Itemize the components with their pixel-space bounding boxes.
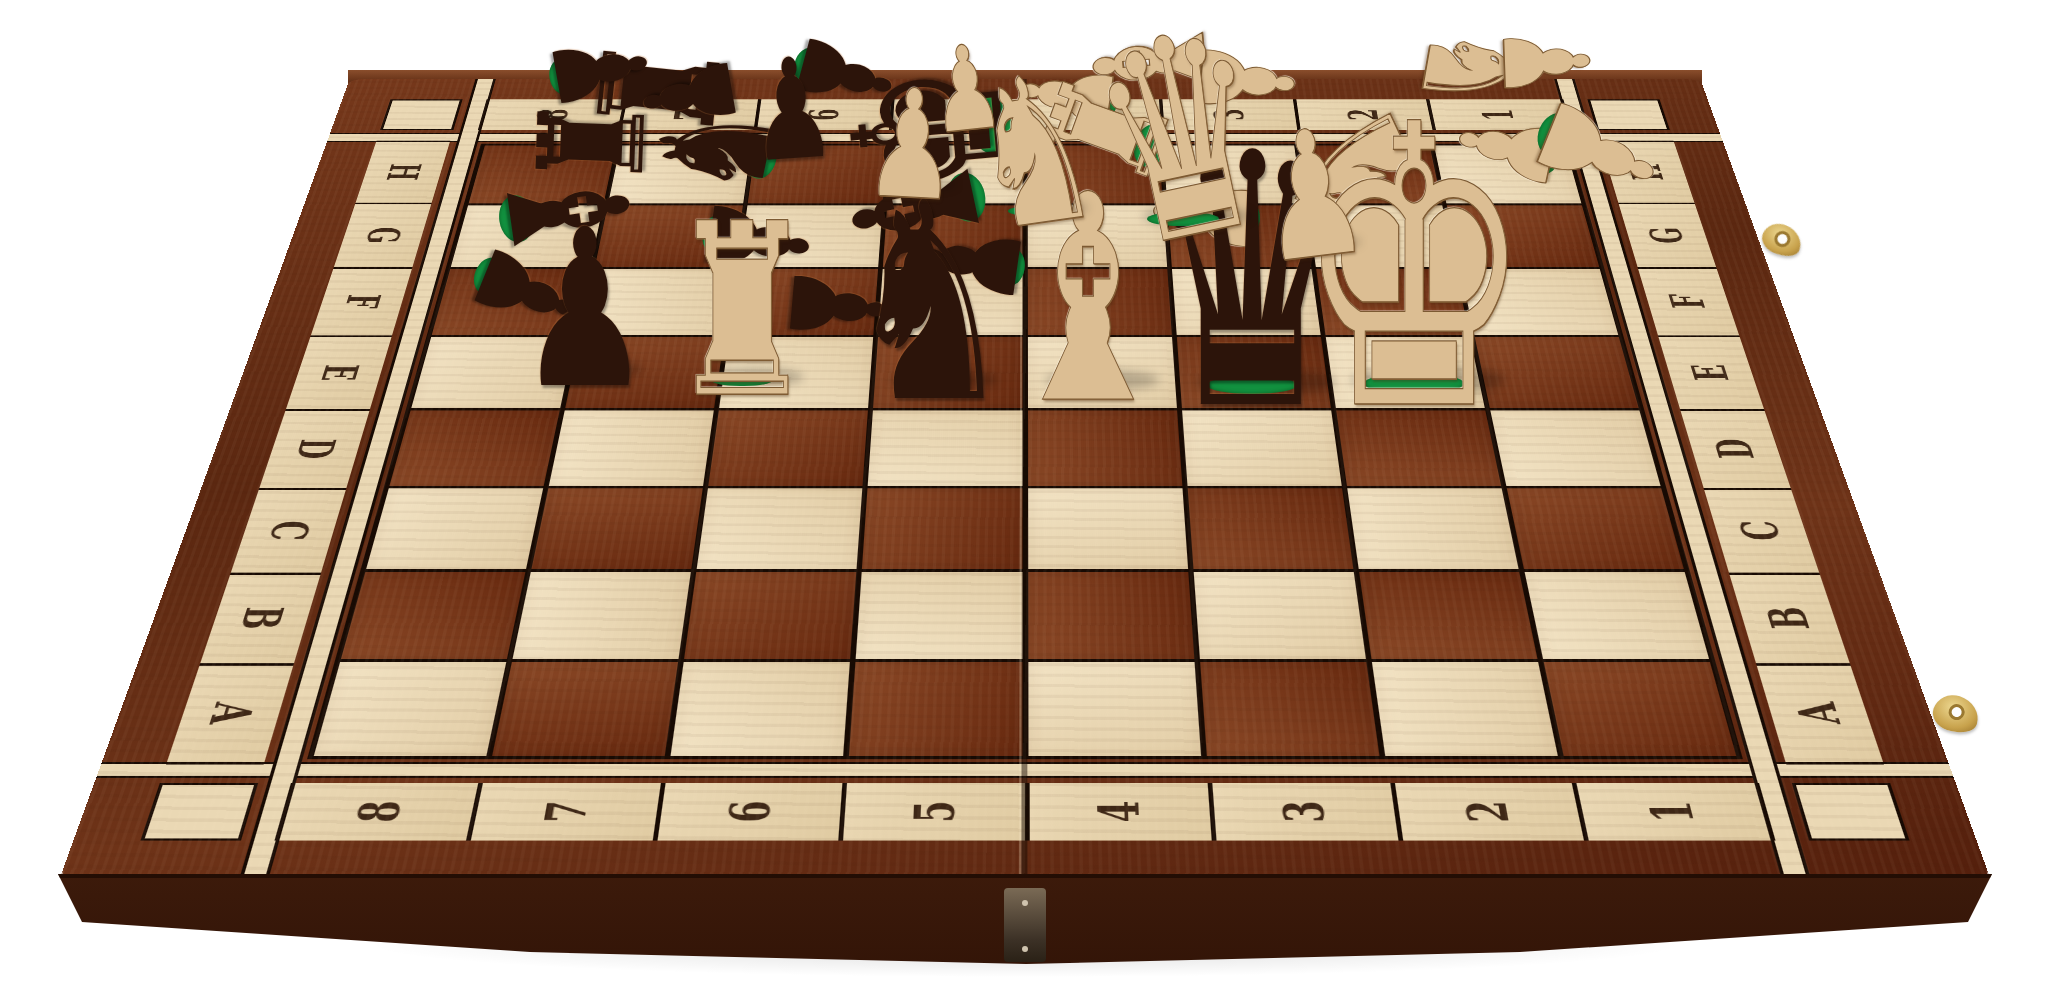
file-left-label-cell-c: C (231, 488, 347, 573)
file-right-label-d: D (1708, 439, 1761, 459)
rank-front-label-6: 6 (722, 801, 779, 823)
file-left-label-cell-d: D (259, 409, 370, 488)
square-c4[interactable] (1028, 488, 1188, 569)
file-right-label-a: A (1789, 702, 1849, 725)
rank-front-label-cell-6: 6 (652, 783, 843, 840)
white-rook-e6[interactable]: ♜ (669, 192, 815, 431)
border-corner-front-left (140, 783, 258, 840)
square-c3[interactable] (1187, 488, 1353, 569)
square-c7[interactable] (532, 488, 703, 569)
product-photo-chess-set: 87654321 87654321 HGFEDCBA HGFEDCBA ♜♟♜♟… (0, 0, 2048, 1007)
rank-front-label-2: 2 (1459, 801, 1517, 823)
square-a1[interactable] (1544, 662, 1737, 756)
hinge-pin-icon (1022, 946, 1028, 952)
hinge-pin-icon (1022, 900, 1028, 906)
file-right-label-c: C (1733, 520, 1788, 540)
square-c2[interactable] (1347, 488, 1518, 569)
clasp-hole-icon (1946, 702, 1966, 722)
rank-front-label-cell-5: 5 (839, 783, 1025, 840)
file-right-label-cell-c: C (1704, 488, 1820, 573)
file-left-label-f: F (338, 294, 386, 308)
border-corner-front-right (1792, 783, 1910, 840)
rank-front-label-8: 8 (350, 801, 410, 823)
square-a5[interactable] (849, 662, 1022, 756)
file-left-label-cell-b: B (200, 572, 321, 663)
square-a4[interactable] (1028, 662, 1201, 756)
rank-front-label-cell-7: 7 (466, 783, 661, 840)
black-pawn-h6[interactable]: ♟ (745, 38, 839, 183)
square-c1[interactable] (1507, 488, 1684, 569)
file-left-label-g: G (359, 227, 407, 243)
square-a8[interactable] (314, 662, 507, 756)
white-pawn-piled[interactable]: ♟ (1248, 102, 1375, 289)
square-a3[interactable] (1200, 662, 1379, 756)
square-b4[interactable] (1028, 572, 1194, 659)
square-b3[interactable] (1193, 572, 1365, 659)
file-left-label-d: D (289, 439, 342, 459)
file-right-label-cell-e: E (1658, 336, 1764, 409)
border-corner-back-left (380, 99, 462, 130)
square-b1[interactable] (1524, 572, 1709, 659)
rank-front-label-7: 7 (537, 801, 595, 823)
square-b2[interactable] (1359, 572, 1537, 659)
file-left-label-h: H (380, 163, 426, 180)
file-right-label-e: E (1685, 364, 1735, 381)
rank-front-label-cell-8: 8 (279, 783, 478, 840)
clasp-hole-icon (1772, 228, 1793, 249)
rank-front-label-cell-1: 1 (1572, 783, 1771, 840)
file-right-label-f: F (1664, 294, 1712, 308)
file-left-label-cell-h: H (356, 142, 450, 202)
brass-clasp-icon (1758, 218, 1807, 262)
rank-front-label-3: 3 (1276, 801, 1333, 823)
square-b5[interactable] (856, 572, 1022, 659)
rank-front-label-cell-2: 2 (1390, 783, 1585, 840)
square-b8[interactable] (341, 572, 526, 659)
file-left-label-cell-a: A (167, 663, 294, 761)
rank-front-label-cell-3: 3 (1207, 783, 1398, 840)
file-right-label-g: G (1643, 227, 1691, 243)
square-c5[interactable] (862, 488, 1022, 569)
square-c8[interactable] (366, 488, 543, 569)
file-right-label-cell-b: B (1729, 572, 1850, 663)
file-right-label-cell-a: A (1756, 663, 1883, 761)
square-a7[interactable] (492, 662, 678, 756)
file-right-label-cell-f: F (1638, 267, 1740, 336)
file-left-label-cell-e: E (286, 336, 392, 409)
file-left-label-e: E (314, 364, 364, 381)
square-c6[interactable] (697, 488, 863, 569)
file-left-label-cell-f: F (311, 267, 413, 336)
rank-front-label-5: 5 (907, 801, 962, 823)
rank-front-label-cell-4: 4 (1025, 783, 1211, 840)
file-left-label-c: C (262, 520, 317, 540)
rank-front-label-1: 1 (1643, 801, 1703, 823)
file-left-label-a: A (201, 702, 261, 725)
square-b6[interactable] (684, 572, 856, 659)
file-right-label-cell-d: D (1680, 409, 1791, 488)
square-a2[interactable] (1372, 662, 1558, 756)
file-left-label-b: B (232, 607, 290, 630)
square-b7[interactable] (513, 572, 691, 659)
square-a6[interactable] (671, 662, 850, 756)
rank-front-label-4: 4 (1092, 801, 1147, 823)
black-pawn-e7[interactable]: ♟ (519, 201, 652, 419)
file-left-label-cell-g: G (334, 203, 432, 267)
hinge (1004, 888, 1046, 962)
file-right-label-b: B (1760, 607, 1818, 630)
